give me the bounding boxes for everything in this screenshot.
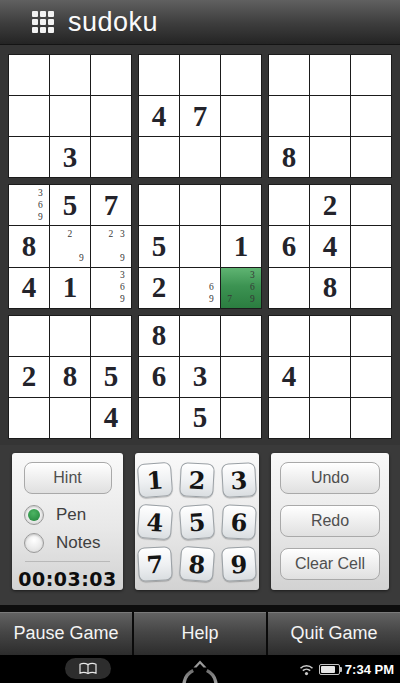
cell-r7c5[interactable] xyxy=(180,316,220,356)
cell-r1c9[interactable] xyxy=(351,55,391,95)
cell-value: 8 xyxy=(152,319,167,352)
pause-game-button[interactable]: Pause Game xyxy=(0,612,132,655)
pen-radio-circle[interactable] xyxy=(24,505,44,525)
box-9: 4 xyxy=(268,315,392,439)
hint-button[interactable]: Hint xyxy=(24,462,112,494)
cell-r4c3[interactable]: 7 xyxy=(91,185,131,225)
cell-r7c7[interactable] xyxy=(269,316,309,356)
cell-value: 4 xyxy=(323,230,338,263)
cell-r4c5[interactable] xyxy=(180,185,220,225)
cell-r4c4[interactable] xyxy=(139,185,179,225)
cell-value: 5 xyxy=(193,401,208,434)
undo-button[interactable]: Undo xyxy=(280,462,380,494)
wifi-icon xyxy=(299,663,314,676)
cell-value: 1 xyxy=(234,230,249,263)
cell-value: 8 xyxy=(22,230,37,263)
cell-r8c9[interactable] xyxy=(351,357,391,397)
numpad-button-3[interactable]: 3 xyxy=(221,462,257,498)
pen-radio-label: Pen xyxy=(56,505,86,525)
cell-r7c4[interactable]: 8 xyxy=(139,316,179,356)
box-6: 2648 xyxy=(268,184,392,308)
cell-r1c3[interactable] xyxy=(91,55,131,95)
cell-r5c8[interactable]: 4 xyxy=(310,226,350,266)
cell-value: 6 xyxy=(152,360,167,393)
numpad-button-2[interactable]: 2 xyxy=(179,462,215,498)
cell-value: 5 xyxy=(152,230,167,263)
numpad-button-5[interactable]: 5 xyxy=(179,503,215,539)
book-icon xyxy=(78,662,98,676)
home-handle-icon xyxy=(170,655,230,683)
right-control-panel: Undo Redo Clear Cell xyxy=(271,453,389,590)
sudoku-board: 3478369578292394136951269367926482854863… xyxy=(8,54,392,439)
cell-r8c7[interactable]: 4 xyxy=(269,357,309,397)
cell-r9c3[interactable]: 4 xyxy=(91,398,131,438)
numpad-button-4[interactable]: 4 xyxy=(137,503,173,539)
numpad-button-8[interactable]: 8 xyxy=(179,545,215,581)
cell-r7c9[interactable] xyxy=(351,316,391,356)
cell-r6c4[interactable]: 2 xyxy=(139,268,179,308)
cell-r3c7[interactable]: 8 xyxy=(269,137,309,177)
cell-r2c3[interactable] xyxy=(91,96,131,136)
cell-r2c7[interactable] xyxy=(269,96,309,136)
cell-r5c3[interactable]: 239 xyxy=(91,226,131,266)
cell-r4c9[interactable] xyxy=(351,185,391,225)
redo-button[interactable]: Redo xyxy=(280,505,380,537)
cell-r5c6[interactable]: 1 xyxy=(221,226,261,266)
cell-value: 7 xyxy=(104,189,119,222)
cell-value: 4 xyxy=(104,401,119,434)
cell-notes: 3679 xyxy=(221,268,261,308)
board-area: 3478369578292394136951269367926482854863… xyxy=(0,45,400,445)
cell-r5c9[interactable] xyxy=(351,226,391,266)
cell-r2c9[interactable] xyxy=(351,96,391,136)
cell-r8c4[interactable]: 6 xyxy=(139,357,179,397)
cell-r6c9[interactable] xyxy=(351,268,391,308)
cell-value: 3 xyxy=(63,141,78,174)
quit-game-button[interactable]: Quit Game xyxy=(266,612,400,655)
cell-r3c2[interactable]: 3 xyxy=(50,137,90,177)
cell-r7c6[interactable] xyxy=(221,316,261,356)
cell-r9c6[interactable] xyxy=(221,398,261,438)
cell-r2c5[interactable]: 7 xyxy=(180,96,220,136)
book-shortcut[interactable] xyxy=(65,658,111,679)
cell-r8c2[interactable]: 8 xyxy=(50,357,90,397)
sudoku-grid-icon xyxy=(32,11,54,33)
cell-r2c1[interactable] xyxy=(9,96,49,136)
cell-r8c8[interactable] xyxy=(310,357,350,397)
cell-r5c5[interactable] xyxy=(180,226,220,266)
cell-r1c2[interactable] xyxy=(50,55,90,95)
cell-value: 7 xyxy=(193,100,208,133)
clear-cell-button[interactable]: Clear Cell xyxy=(280,548,380,580)
cell-r6c7[interactable] xyxy=(269,268,309,308)
cell-value: 4 xyxy=(152,100,167,133)
cell-value: 3 xyxy=(193,360,208,393)
box-4: 3695782923941369 xyxy=(8,184,132,308)
system-status-bar: 7:34 PM xyxy=(0,655,400,683)
timer-divider xyxy=(25,561,110,562)
cell-r2c8[interactable] xyxy=(310,96,350,136)
cell-value: 2 xyxy=(323,189,338,222)
cell-r7c8[interactable] xyxy=(310,316,350,356)
numpad-button-1[interactable]: 1 xyxy=(137,461,173,497)
cell-r1c4[interactable] xyxy=(139,55,179,95)
box-1: 3 xyxy=(8,54,132,178)
cell-r6c3[interactable]: 369 xyxy=(91,268,131,308)
box-7: 2854 xyxy=(8,315,132,439)
cell-r4c1[interactable]: 369 xyxy=(9,185,49,225)
cell-r5c1[interactable]: 8 xyxy=(9,226,49,266)
cell-r5c4[interactable]: 5 xyxy=(139,226,179,266)
title-bar: sudoku xyxy=(0,0,400,45)
box-3: 8 xyxy=(268,54,392,178)
cell-r5c2[interactable]: 29 xyxy=(50,226,90,266)
cell-r1c5[interactable] xyxy=(180,55,220,95)
cell-value: 2 xyxy=(22,360,37,393)
cell-notes: 369 xyxy=(9,185,49,225)
cell-r1c1[interactable] xyxy=(9,55,49,95)
cell-r8c1[interactable]: 2 xyxy=(9,357,49,397)
cell-r4c8[interactable]: 2 xyxy=(310,185,350,225)
cell-r3c3[interactable] xyxy=(91,137,131,177)
cell-value: 8 xyxy=(323,271,338,304)
bottom-menu-bar: Pause Game Help Quit Game xyxy=(0,612,400,655)
cell-notes: 69 xyxy=(180,268,220,308)
cell-value: 6 xyxy=(282,230,297,263)
app-title: sudoku xyxy=(68,7,158,38)
numpad-button-6[interactable]: 6 xyxy=(221,504,257,540)
cell-value: 1 xyxy=(63,271,78,304)
cell-r7c1[interactable] xyxy=(9,316,49,356)
cell-r9c5[interactable]: 5 xyxy=(180,398,220,438)
battery-icon xyxy=(319,664,340,675)
cell-r7c2[interactable] xyxy=(50,316,90,356)
game-timer: 00:03:03 xyxy=(12,568,123,590)
menu-top-strip xyxy=(0,605,400,612)
cell-r5c7[interactable]: 6 xyxy=(269,226,309,266)
cell-r2c4[interactable]: 4 xyxy=(139,96,179,136)
cell-value: 5 xyxy=(104,360,119,393)
box-8: 8635 xyxy=(138,315,262,439)
home-handle[interactable] xyxy=(170,655,230,683)
cell-notes: 29 xyxy=(50,226,90,266)
cell-r6c2[interactable]: 1 xyxy=(50,268,90,308)
numpad-button-7[interactable]: 7 xyxy=(137,546,173,582)
cell-r4c7[interactable] xyxy=(269,185,309,225)
cell-r6c8[interactable]: 8 xyxy=(310,268,350,308)
cell-r8c3[interactable]: 5 xyxy=(91,357,131,397)
cell-r3c8[interactable] xyxy=(310,137,350,177)
cell-r9c2[interactable] xyxy=(50,398,90,438)
cell-value: 4 xyxy=(282,360,297,393)
cell-r3c4[interactable] xyxy=(139,137,179,177)
cell-r3c5[interactable] xyxy=(180,137,220,177)
cell-r1c8[interactable] xyxy=(310,55,350,95)
notes-radio-label: Notes xyxy=(56,533,100,553)
cell-value: 8 xyxy=(63,360,78,393)
numpad-button-9[interactable]: 9 xyxy=(221,546,257,582)
cell-value: 4 xyxy=(22,271,37,304)
cell-r2c6[interactable] xyxy=(221,96,261,136)
cell-r6c6[interactable]: 3679 xyxy=(221,268,261,308)
notes-radio[interactable]: Notes xyxy=(12,531,123,555)
cell-value: 8 xyxy=(282,141,297,174)
cell-r2c2[interactable] xyxy=(50,96,90,136)
cell-notes: 369 xyxy=(91,268,131,308)
left-control-panel: Hint Pen Notes 00:03:03 xyxy=(12,453,123,590)
controls-section: Hint Pen Notes 00:03:03 123456789 Undo R… xyxy=(0,445,400,605)
status-clock: 7:34 PM xyxy=(345,662,394,677)
cell-r1c7[interactable] xyxy=(269,55,309,95)
cell-r3c6[interactable] xyxy=(221,137,261,177)
cell-r4c2[interactable]: 5 xyxy=(50,185,90,225)
cell-r9c9[interactable] xyxy=(351,398,391,438)
cell-r9c1[interactable] xyxy=(9,398,49,438)
cell-r7c3[interactable] xyxy=(91,316,131,356)
help-button[interactable]: Help xyxy=(132,612,266,655)
cell-r9c7[interactable] xyxy=(269,398,309,438)
cell-r9c8[interactable] xyxy=(310,398,350,438)
number-pad: 123456789 xyxy=(135,453,259,590)
cell-notes: 239 xyxy=(91,226,131,266)
cell-r3c9[interactable] xyxy=(351,137,391,177)
cell-r4c6[interactable] xyxy=(221,185,261,225)
cell-r6c5[interactable]: 69 xyxy=(180,268,220,308)
cell-r8c6[interactable] xyxy=(221,357,261,397)
cell-value: 5 xyxy=(63,189,78,222)
cell-r9c4[interactable] xyxy=(139,398,179,438)
box-5: 512693679 xyxy=(138,184,262,308)
pen-radio[interactable]: Pen xyxy=(12,503,123,527)
box-2: 47 xyxy=(138,54,262,178)
cell-r8c5[interactable]: 3 xyxy=(180,357,220,397)
cell-value: 2 xyxy=(152,271,167,304)
cell-r3c1[interactable] xyxy=(9,137,49,177)
cell-r1c6[interactable] xyxy=(221,55,261,95)
notes-radio-circle[interactable] xyxy=(24,533,44,553)
cell-r6c1[interactable]: 4 xyxy=(9,268,49,308)
